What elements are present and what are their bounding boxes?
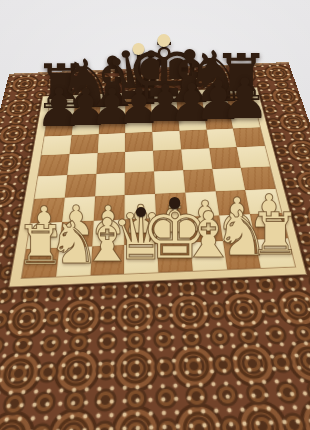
square-c8 — [99, 98, 125, 116]
square-f7 — [178, 112, 207, 131]
square-b7 — [71, 116, 99, 135]
photo-of-chess-set: ♜♞♝♛♚♝♞♜♟♟♟♟♟♟♟♟♟♟♟♟♟♟♟♟♜♞♝♛♚♝♞♜ — [0, 0, 310, 430]
square-h5 — [237, 146, 270, 168]
square-e2 — [156, 216, 190, 243]
chess-board — [0, 62, 310, 430]
square-a2 — [26, 222, 62, 250]
square-c3 — [93, 195, 125, 220]
square-c5 — [96, 152, 125, 174]
square-b3 — [62, 196, 95, 221]
square-f4 — [183, 169, 215, 192]
square-a8 — [47, 100, 75, 118]
square-c2 — [92, 219, 125, 247]
square-a1 — [22, 248, 59, 278]
square-h3 — [245, 189, 281, 214]
square-a7 — [45, 117, 74, 136]
square-b8 — [73, 99, 100, 117]
square-a6 — [41, 135, 71, 155]
square-d8 — [125, 97, 151, 115]
square-e5 — [153, 150, 183, 172]
square-f5 — [181, 148, 212, 170]
square-d7 — [125, 114, 152, 133]
square-e7 — [152, 113, 180, 132]
square-d6 — [125, 132, 153, 152]
square-d5 — [125, 151, 154, 173]
square-e8 — [151, 96, 178, 114]
square-a4 — [34, 175, 67, 199]
square-e3 — [155, 192, 187, 217]
square-d4 — [125, 171, 155, 195]
square-g6 — [206, 128, 237, 148]
square-g1 — [223, 240, 261, 270]
square-h6 — [233, 127, 265, 147]
square-c1 — [90, 245, 124, 275]
square-e6 — [152, 130, 181, 150]
square-b5 — [67, 153, 97, 175]
square-f1 — [190, 241, 227, 271]
board-grid — [21, 92, 297, 279]
square-e4 — [154, 170, 185, 193]
square-c7 — [98, 115, 125, 134]
square-b4 — [65, 174, 96, 198]
square-e1 — [157, 243, 192, 273]
square-d1 — [124, 244, 158, 274]
square-g7 — [204, 110, 234, 129]
square-g8 — [201, 94, 229, 112]
square-g4 — [212, 168, 245, 191]
square-d3 — [125, 194, 156, 219]
square-b1 — [56, 247, 92, 277]
square-g5 — [209, 147, 241, 169]
square-c4 — [95, 173, 125, 197]
square-h8 — [226, 93, 255, 111]
square-d2 — [124, 218, 157, 246]
square-a5 — [38, 154, 69, 176]
board-border — [8, 87, 307, 287]
chess-set-scene — [0, 0, 310, 430]
square-a3 — [31, 197, 65, 223]
square-f2 — [187, 215, 222, 242]
square-c6 — [97, 133, 125, 153]
square-b2 — [59, 220, 93, 248]
square-f3 — [185, 191, 219, 216]
square-g3 — [215, 190, 250, 215]
square-h7 — [230, 109, 260, 128]
square-g2 — [219, 214, 256, 241]
square-h1 — [255, 238, 295, 268]
board-perspective-wrapper — [0, 0, 310, 430]
square-f8 — [176, 95, 204, 113]
square-h4 — [241, 167, 276, 190]
square-b6 — [69, 134, 98, 154]
square-h2 — [250, 212, 288, 239]
square-f6 — [179, 129, 209, 149]
